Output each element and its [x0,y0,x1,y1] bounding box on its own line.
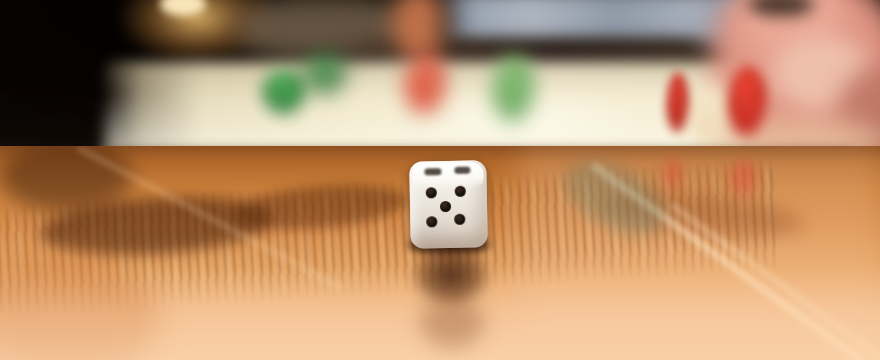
die-pip [426,187,437,198]
red-pawn-reflection [730,160,756,196]
board-game-photo [0,0,880,360]
red-pawn-reflection [664,158,682,188]
die-pip [426,216,437,227]
die-reflection-far [420,296,484,348]
die [409,160,488,248]
die-top-pip [454,167,470,174]
die-pip [455,186,466,197]
die-pip [454,214,465,225]
die-top-face [412,162,483,189]
die-top-pip [424,168,441,175]
die-pip [440,201,451,212]
